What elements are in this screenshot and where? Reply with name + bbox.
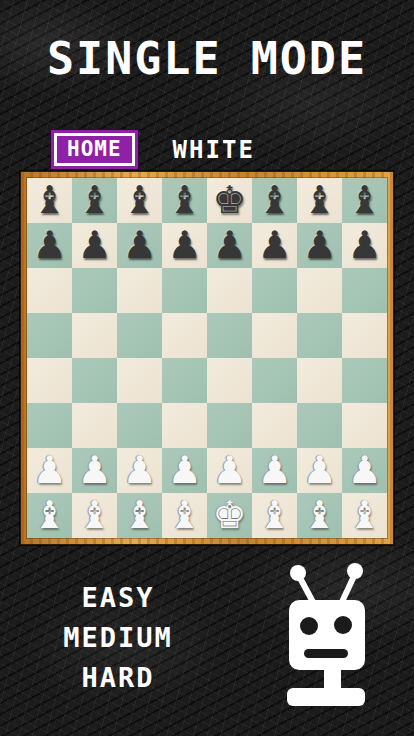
square-a5[interactable] xyxy=(27,313,72,358)
black-pawn: ♟ xyxy=(347,223,381,268)
square-h6[interactable] xyxy=(342,268,387,313)
white-pawn: ♟ xyxy=(77,448,111,493)
square-h4[interactable] xyxy=(342,358,387,403)
difficulty-easy[interactable]: EASY xyxy=(81,582,154,613)
square-b2[interactable]: ♟ xyxy=(72,448,117,493)
difficulty-medium[interactable]: MEDIUM xyxy=(63,622,173,653)
square-h1[interactable]: ♝ xyxy=(342,493,387,538)
square-g1[interactable]: ♝ xyxy=(297,493,342,538)
black-pawn: ♟ xyxy=(167,223,201,268)
square-a1[interactable]: ♝ xyxy=(27,493,72,538)
square-g3[interactable] xyxy=(297,403,342,448)
home-button-label: HOME xyxy=(54,133,135,166)
square-a4[interactable] xyxy=(27,358,72,403)
square-b8[interactable]: ♝ xyxy=(72,178,117,223)
square-e1[interactable]: ♚ xyxy=(207,493,252,538)
square-h8[interactable]: ♝ xyxy=(342,178,387,223)
black-bishop: ♝ xyxy=(32,178,66,223)
square-e2[interactable]: ♟ xyxy=(207,448,252,493)
square-c4[interactable] xyxy=(117,358,162,403)
square-c8[interactable]: ♝ xyxy=(117,178,162,223)
square-f1[interactable]: ♝ xyxy=(252,493,297,538)
square-d3[interactable] xyxy=(162,403,207,448)
square-d1[interactable]: ♝ xyxy=(162,493,207,538)
chess-board-frame: ♝♝♝♝♚♝♝♝♟♟♟♟♟♟♟♟♟♟♟♟♟♟♟♟♝♝♝♝♚♝♝♝ xyxy=(20,171,394,545)
square-f3[interactable] xyxy=(252,403,297,448)
black-king: ♚ xyxy=(212,178,246,223)
square-c5[interactable] xyxy=(117,313,162,358)
square-b6[interactable] xyxy=(72,268,117,313)
square-d2[interactable]: ♟ xyxy=(162,448,207,493)
square-f4[interactable] xyxy=(252,358,297,403)
square-c2[interactable]: ♟ xyxy=(117,448,162,493)
white-king: ♚ xyxy=(212,493,246,538)
square-c7[interactable]: ♟ xyxy=(117,223,162,268)
home-button[interactable]: HOME xyxy=(50,129,139,170)
white-pawn: ♟ xyxy=(212,448,246,493)
white-pawn: ♟ xyxy=(32,448,66,493)
square-e6[interactable] xyxy=(207,268,252,313)
white-bishop: ♝ xyxy=(77,493,111,538)
black-bishop: ♝ xyxy=(347,178,381,223)
white-bishop: ♝ xyxy=(32,493,66,538)
square-g2[interactable]: ♟ xyxy=(297,448,342,493)
square-g8[interactable]: ♝ xyxy=(297,178,342,223)
square-d7[interactable]: ♟ xyxy=(162,223,207,268)
robot-icon xyxy=(286,560,368,708)
square-a6[interactable] xyxy=(27,268,72,313)
black-pawn: ♟ xyxy=(257,223,291,268)
square-d5[interactable] xyxy=(162,313,207,358)
page-title: SINGLE MODE xyxy=(0,32,414,85)
white-pawn: ♟ xyxy=(167,448,201,493)
square-f7[interactable]: ♟ xyxy=(252,223,297,268)
square-b3[interactable] xyxy=(72,403,117,448)
square-f8[interactable]: ♝ xyxy=(252,178,297,223)
black-pawn: ♟ xyxy=(212,223,246,268)
square-a3[interactable] xyxy=(27,403,72,448)
white-bishop: ♝ xyxy=(122,493,156,538)
black-pawn: ♟ xyxy=(77,223,111,268)
black-bishop: ♝ xyxy=(167,178,201,223)
white-bishop: ♝ xyxy=(347,493,381,538)
square-c1[interactable]: ♝ xyxy=(117,493,162,538)
square-c3[interactable] xyxy=(117,403,162,448)
white-pawn: ♟ xyxy=(122,448,156,493)
square-e3[interactable] xyxy=(207,403,252,448)
square-f5[interactable] xyxy=(252,313,297,358)
square-e7[interactable]: ♟ xyxy=(207,223,252,268)
square-h5[interactable] xyxy=(342,313,387,358)
difficulty-hard[interactable]: HARD xyxy=(81,662,154,693)
black-bishop: ♝ xyxy=(77,178,111,223)
white-pawn: ♟ xyxy=(257,448,291,493)
header-row: HOME WHITE xyxy=(50,129,255,170)
difficulty-menu: EASY MEDIUM HARD xyxy=(28,582,208,693)
white-bishop: ♝ xyxy=(167,493,201,538)
white-bishop: ♝ xyxy=(257,493,291,538)
square-g6[interactable] xyxy=(297,268,342,313)
square-f2[interactable]: ♟ xyxy=(252,448,297,493)
black-pawn: ♟ xyxy=(302,223,336,268)
square-c6[interactable] xyxy=(117,268,162,313)
square-b1[interactable]: ♝ xyxy=(72,493,117,538)
square-d8[interactable]: ♝ xyxy=(162,178,207,223)
square-e5[interactable] xyxy=(207,313,252,358)
square-a2[interactable]: ♟ xyxy=(27,448,72,493)
black-pawn: ♟ xyxy=(32,223,66,268)
square-h7[interactable]: ♟ xyxy=(342,223,387,268)
black-bishop: ♝ xyxy=(122,178,156,223)
square-e8[interactable]: ♚ xyxy=(207,178,252,223)
square-h3[interactable] xyxy=(342,403,387,448)
white-pawn: ♟ xyxy=(302,448,336,493)
square-a7[interactable]: ♟ xyxy=(27,223,72,268)
square-b4[interactable] xyxy=(72,358,117,403)
square-g4[interactable] xyxy=(297,358,342,403)
square-b7[interactable]: ♟ xyxy=(72,223,117,268)
square-a8[interactable]: ♝ xyxy=(27,178,72,223)
square-d4[interactable] xyxy=(162,358,207,403)
square-b5[interactable] xyxy=(72,313,117,358)
black-bishop: ♝ xyxy=(257,178,291,223)
square-f6[interactable] xyxy=(252,268,297,313)
single-mode-screen: SINGLE MODE HOME WHITE ♝♝♝♝♚♝♝♝♟♟♟♟♟♟♟♟♟… xyxy=(0,0,414,736)
square-d6[interactable] xyxy=(162,268,207,313)
white-bishop: ♝ xyxy=(302,493,336,538)
square-g5[interactable] xyxy=(297,313,342,358)
square-e4[interactable] xyxy=(207,358,252,403)
square-h2[interactable]: ♟ xyxy=(342,448,387,493)
black-bishop: ♝ xyxy=(302,178,336,223)
square-g7[interactable]: ♟ xyxy=(297,223,342,268)
black-pawn: ♟ xyxy=(122,223,156,268)
turn-indicator: WHITE xyxy=(173,136,255,164)
white-pawn: ♟ xyxy=(347,448,381,493)
board-squares: ♝♝♝♝♚♝♝♝♟♟♟♟♟♟♟♟♟♟♟♟♟♟♟♟♝♝♝♝♚♝♝♝ xyxy=(27,178,387,538)
